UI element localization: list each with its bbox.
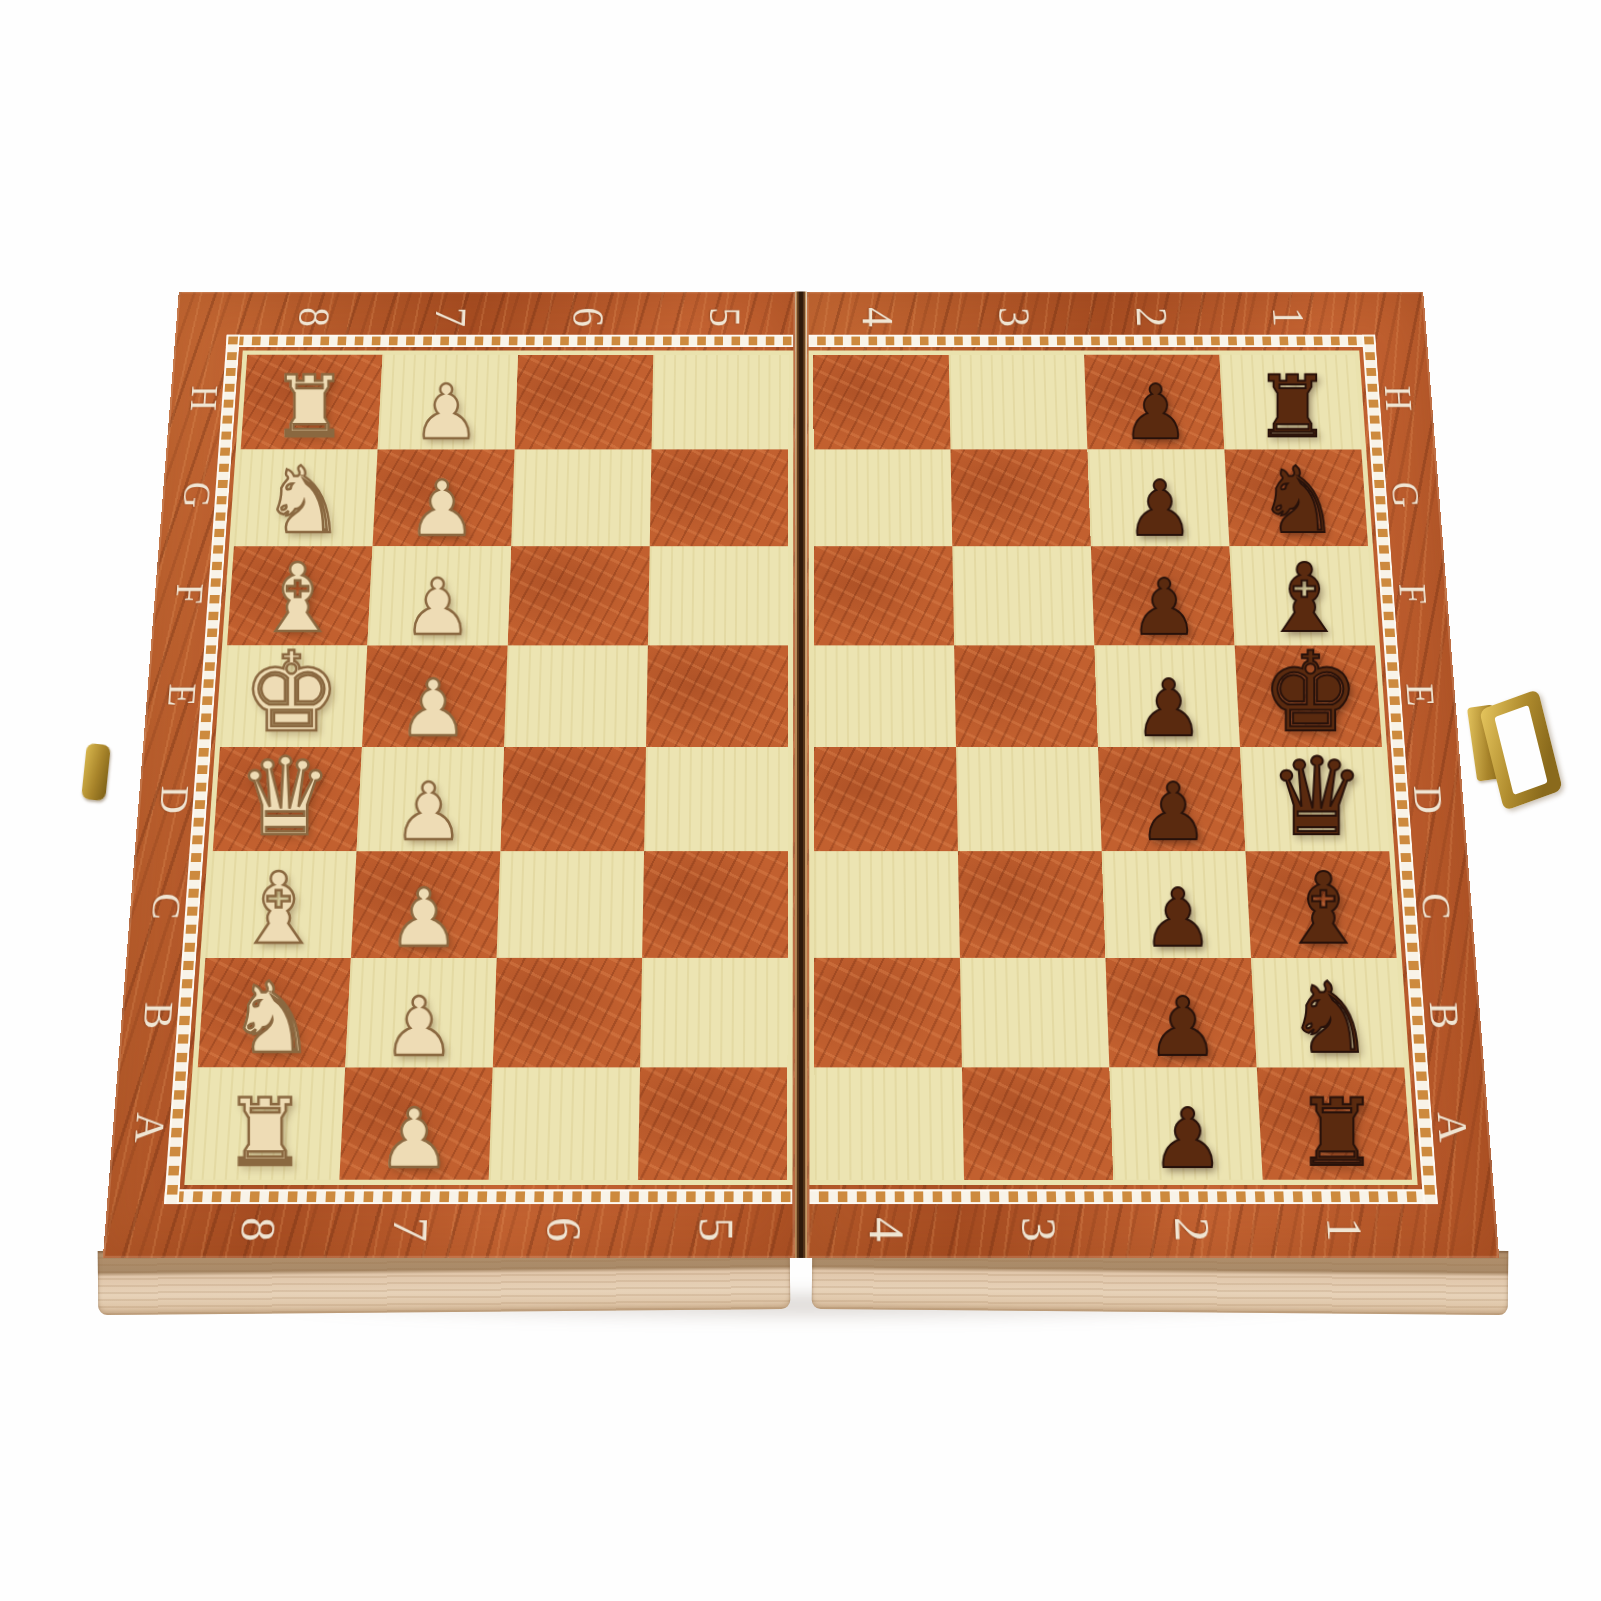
rank-label-bottom-3-glyph: 3 <box>1010 1217 1067 1242</box>
rank-label-top-3-glyph: 3 <box>988 307 1039 327</box>
file-label-right-f-glyph: F <box>1388 583 1436 604</box>
square-e2[interactable]: ♟ <box>1094 645 1240 747</box>
file-label-right-h: H <box>1382 377 1413 418</box>
fold-hinge-gap <box>794 292 807 1258</box>
file-label-left-d-glyph: D <box>149 785 198 813</box>
piece-white-pawn-e7[interactable]: ♟ <box>398 669 468 747</box>
square-g2[interactable]: ♟ <box>1087 449 1229 546</box>
square-d4[interactable] <box>814 747 958 851</box>
piece-white-rook-a8[interactable]: ♜ <box>223 1087 306 1179</box>
rank-label-bottom-2: 2 <box>1178 1200 1205 1257</box>
rank-label-bottom-5-glyph: 5 <box>687 1217 743 1242</box>
rank-label-top-8-glyph: 8 <box>287 307 338 327</box>
rank-label-top-8: 8 <box>301 294 326 340</box>
square-f7[interactable]: ♟ <box>367 546 511 645</box>
square-g3[interactable] <box>950 449 1090 546</box>
piece-black-king-e1[interactable]: ♚ <box>1261 637 1360 747</box>
square-h1[interactable]: ♜ <box>1219 355 1361 450</box>
square-a6[interactable] <box>488 1067 639 1179</box>
rank-label-top-2-glyph: 2 <box>1125 307 1176 327</box>
piece-white-pawn-c7[interactable]: ♟ <box>388 878 460 958</box>
square-f5[interactable] <box>647 546 787 645</box>
file-label-right-a: A <box>1435 1103 1469 1152</box>
file-label-left-a: A <box>132 1103 166 1152</box>
square-b7[interactable]: ♟ <box>345 958 496 1067</box>
square-b4[interactable] <box>814 958 962 1067</box>
square-c1[interactable]: ♝ <box>1245 851 1396 958</box>
square-c3[interactable] <box>957 851 1105 958</box>
square-b1[interactable]: ♞ <box>1251 958 1404 1067</box>
file-label-left-d: D <box>157 777 189 823</box>
rank-label-top-7: 7 <box>438 294 462 340</box>
rank-label-bottom-4-glyph: 4 <box>857 1217 913 1242</box>
rank-label-bottom-7: 7 <box>397 1200 424 1257</box>
square-b5[interactable] <box>640 958 788 1067</box>
piece-black-bishop-c1[interactable]: ♝ <box>1279 860 1367 958</box>
file-label-right-d: D <box>1411 777 1443 823</box>
square-a7[interactable]: ♟ <box>339 1067 492 1179</box>
rank-label-bottom-8-glyph: 8 <box>228 1217 286 1242</box>
file-label-left-a-glyph: A <box>123 1113 174 1143</box>
piece-black-pawn-b2[interactable]: ♟ <box>1146 986 1219 1067</box>
square-e4[interactable] <box>813 645 955 747</box>
file-label-right-h-glyph: H <box>1374 385 1421 411</box>
file-label-right-b: B <box>1428 991 1459 1039</box>
square-g5[interactable] <box>649 449 788 546</box>
rank-label-top-1-glyph: 1 <box>1262 307 1313 327</box>
square-d6[interactable] <box>500 747 646 851</box>
board-right-leaf: 4321 4321 HGFEDCBA ♟♜♟♞♟♝♟♚♟♛♟♝♟♞♟♜ <box>806 292 1498 1258</box>
square-b3[interactable] <box>959 958 1108 1067</box>
rank-label-top-6: 6 <box>576 294 599 340</box>
square-a5[interactable] <box>637 1067 787 1179</box>
piece-black-knight-b1[interactable]: ♞ <box>1286 970 1373 1068</box>
piece-black-knight-g1[interactable]: ♞ <box>1257 455 1339 547</box>
square-f2[interactable]: ♟ <box>1090 546 1234 645</box>
file-label-right-a-glyph: A <box>1426 1113 1477 1143</box>
piece-white-rook-h8[interactable]: ♜ <box>271 365 347 450</box>
piece-black-rook-h1[interactable]: ♜ <box>1254 365 1330 450</box>
square-h8[interactable]: ♜ <box>240 355 382 450</box>
square-c7[interactable]: ♟ <box>350 851 499 958</box>
file-label-right-c: C <box>1420 883 1451 930</box>
rank-label-bottom-4: 4 <box>873 1200 898 1257</box>
file-label-right-b-glyph: B <box>1418 1002 1469 1029</box>
file-label-left-h-glyph: H <box>180 385 227 411</box>
rank-label-top-7-glyph: 7 <box>425 307 476 327</box>
square-e3[interactable] <box>954 645 1098 747</box>
square-h5[interactable] <box>651 355 788 450</box>
piece-white-pawn-g7[interactable]: ♟ <box>407 471 475 547</box>
square-c2[interactable]: ♟ <box>1101 851 1250 958</box>
rank-labels-bottom-right-leaf: 4321 <box>809 1200 1422 1258</box>
square-a8[interactable]: ♜ <box>189 1067 344 1179</box>
piece-white-knight-b8[interactable]: ♞ <box>228 970 315 1068</box>
square-h2[interactable]: ♟ <box>1084 355 1224 450</box>
square-a1[interactable]: ♜ <box>1256 1067 1411 1179</box>
square-e1[interactable]: ♚ <box>1234 645 1381 747</box>
square-f6[interactable] <box>507 546 649 645</box>
file-label-left-e-glyph: E <box>157 684 205 707</box>
piece-black-pawn-d2[interactable]: ♟ <box>1137 772 1208 851</box>
rank-label-bottom-2-glyph: 2 <box>1162 1217 1219 1242</box>
square-b8[interactable]: ♞ <box>197 958 350 1067</box>
piece-white-pawn-b7[interactable]: ♟ <box>382 986 455 1067</box>
piece-white-pawn-f7[interactable]: ♟ <box>403 569 472 646</box>
rank-label-bottom-8: 8 <box>243 1200 271 1257</box>
rank-label-bottom-3: 3 <box>1025 1200 1051 1257</box>
square-f3[interactable] <box>952 546 1094 645</box>
square-e7[interactable]: ♟ <box>362 645 508 747</box>
piece-white-pawn-h7[interactable]: ♟ <box>412 375 479 450</box>
file-label-right-g: G <box>1389 474 1420 516</box>
squares-grid-left: ♜♟♞♟♝♟♚♟♛♟♝♟♞♟♜♟ <box>189 355 788 1180</box>
square-a4[interactable] <box>814 1067 964 1179</box>
square-c8[interactable]: ♝ <box>205 851 356 958</box>
board-left-leaf: 8765 8765 HGFEDCBA ♜♟♞♟♝♟♚♟♛♟♝♟♞♟♜♟ <box>102 292 794 1258</box>
square-g6[interactable] <box>511 449 651 546</box>
piece-black-pawn-c2[interactable]: ♟ <box>1142 878 1214 958</box>
square-d7[interactable]: ♟ <box>356 747 503 851</box>
file-label-left-c: C <box>150 883 181 930</box>
piece-black-pawn-e2[interactable]: ♟ <box>1133 669 1203 747</box>
chess-board: 8765 8765 HGFEDCBA ♜♟♞♟♝♟♚♟♛♟♝♟♞♟♜♟ 4321… <box>102 292 1498 1258</box>
square-b2[interactable]: ♟ <box>1105 958 1256 1067</box>
rank-label-bottom-7-glyph: 7 <box>381 1217 438 1242</box>
square-h6[interactable] <box>514 355 653 450</box>
file-label-left-b: B <box>142 991 173 1039</box>
square-g8[interactable]: ♞ <box>233 449 377 546</box>
square-b6[interactable] <box>492 958 641 1067</box>
brass-pin-clasp <box>81 743 111 801</box>
rank-label-bottom-5: 5 <box>703 1200 728 1257</box>
rank-label-top-3: 3 <box>1002 294 1025 340</box>
square-a3[interactable] <box>961 1067 1112 1179</box>
square-c4[interactable] <box>814 851 960 958</box>
square-e6[interactable] <box>504 645 648 747</box>
square-e5[interactable] <box>646 645 788 747</box>
square-d8[interactable]: ♛ <box>212 747 361 851</box>
rank-label-bottom-6: 6 <box>550 1200 576 1257</box>
rank-label-bottom-1-glyph: 1 <box>1315 1217 1373 1242</box>
file-label-left-c-glyph: C <box>141 893 191 920</box>
brass-hasp-loop <box>1479 689 1563 811</box>
piece-white-knight-g8[interactable]: ♞ <box>262 455 344 547</box>
rank-label-bottom-1: 1 <box>1330 1200 1358 1257</box>
square-g4[interactable] <box>813 449 952 546</box>
square-d5[interactable] <box>644 747 788 851</box>
file-label-left-g: G <box>181 474 212 516</box>
piece-white-king-e8[interactable]: ♚ <box>242 637 341 747</box>
play-area-left: ♜♟♞♟♝♟♚♟♛♟♝♟♞♟♜♟ <box>184 350 793 1185</box>
file-label-left-f-glyph: F <box>165 583 213 604</box>
file-label-left-f: F <box>176 572 201 616</box>
rank-label-top-4: 4 <box>866 294 888 340</box>
rank-label-bottom-6-glyph: 6 <box>534 1217 591 1242</box>
square-d2[interactable]: ♟ <box>1098 747 1245 851</box>
piece-white-pawn-d7[interactable]: ♟ <box>393 772 464 851</box>
file-label-right-d-glyph: D <box>1403 785 1452 813</box>
rank-label-top-2: 2 <box>1139 294 1163 340</box>
file-label-right-g-glyph: G <box>1381 482 1429 508</box>
piece-white-pawn-a7[interactable]: ♟ <box>377 1098 450 1180</box>
rank-label-top-6-glyph: 6 <box>562 307 613 327</box>
file-label-left-b-glyph: B <box>132 1002 183 1029</box>
square-a2[interactable]: ♟ <box>1109 1067 1262 1179</box>
piece-black-rook-a1[interactable]: ♜ <box>1295 1087 1378 1179</box>
piece-black-pawn-h2[interactable]: ♟ <box>1121 375 1188 450</box>
squares-grid-right: ♟♜♟♞♟♝♟♚♟♛♟♝♟♞♟♜ <box>813 355 1412 1180</box>
square-h3[interactable] <box>948 355 1087 450</box>
file-label-right-e-glyph: E <box>1395 684 1443 707</box>
play-area-right: ♟♜♟♞♟♝♟♚♟♛♟♝♟♞♟♜ <box>808 350 1417 1185</box>
file-label-right-c-glyph: C <box>1410 893 1460 920</box>
square-g1[interactable]: ♞ <box>1224 449 1368 546</box>
file-label-left-e: E <box>168 673 196 718</box>
square-h7[interactable]: ♟ <box>377 355 517 450</box>
square-h4[interactable] <box>813 355 950 450</box>
piece-black-pawn-g2[interactable]: ♟ <box>1125 471 1193 547</box>
square-e8[interactable]: ♚ <box>220 645 367 747</box>
square-d1[interactable]: ♛ <box>1240 747 1389 851</box>
piece-black-pawn-a2[interactable]: ♟ <box>1150 1098 1223 1180</box>
rank-labels-bottom-left-leaf: 8765 <box>179 1200 792 1258</box>
file-label-right-f: F <box>1400 572 1425 616</box>
rank-labels-top-right-leaf: 4321 <box>808 293 1358 340</box>
file-label-left-h: H <box>188 377 219 418</box>
file-label-left-g-glyph: G <box>172 482 220 508</box>
square-f4[interactable] <box>813 546 953 645</box>
rank-label-top-1: 1 <box>1276 294 1301 340</box>
piece-black-pawn-f2[interactable]: ♟ <box>1129 569 1198 646</box>
rank-labels-top-left-leaf: 8765 <box>243 293 793 340</box>
piece-white-queen-d8[interactable]: ♛ <box>237 744 333 851</box>
rank-label-top-5-glyph: 5 <box>699 307 749 327</box>
square-c6[interactable] <box>496 851 644 958</box>
piece-white-bishop-c8[interactable]: ♝ <box>234 860 322 958</box>
rank-label-top-5: 5 <box>713 294 735 340</box>
square-d3[interactable] <box>956 747 1102 851</box>
piece-black-queen-d1[interactable]: ♛ <box>1268 744 1364 851</box>
rank-label-top-4-glyph: 4 <box>851 307 901 327</box>
product-photo-stage: 8765 8765 HGFEDCBA ♜♟♞♟♝♟♚♟♛♟♝♟♞♟♜♟ 4321… <box>0 0 1601 1601</box>
square-c5[interactable] <box>642 851 788 958</box>
square-g7[interactable]: ♟ <box>372 449 514 546</box>
file-label-right-e: E <box>1406 673 1434 718</box>
